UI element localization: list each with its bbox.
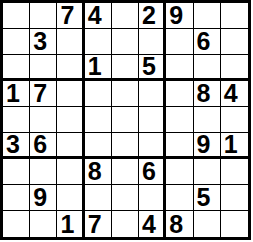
cell-r1c2[interactable] <box>30 3 57 29</box>
cell-r1c7[interactable]: 9 <box>166 3 193 29</box>
cell-r3c2[interactable] <box>30 55 57 81</box>
cell-r4c3[interactable] <box>57 81 84 107</box>
cell-r3c8[interactable] <box>194 55 221 81</box>
cell-r1c9[interactable] <box>221 3 248 29</box>
cell-r9c5[interactable] <box>112 211 139 237</box>
cell-r8c9[interactable] <box>221 185 248 211</box>
cell-r2c9[interactable] <box>221 29 248 55</box>
cell-r1c3[interactable]: 7 <box>57 3 84 29</box>
cell-r3c6[interactable]: 5 <box>139 55 166 81</box>
cell-r2c6[interactable] <box>139 29 166 55</box>
cell-r9c8[interactable] <box>194 211 221 237</box>
cell-r8c7[interactable] <box>166 185 193 211</box>
cell-r5c2[interactable] <box>30 107 57 133</box>
given-digit: 5 <box>142 55 156 79</box>
given-digit: 5 <box>197 185 211 210</box>
cell-r6c2[interactable]: 6 <box>30 133 57 159</box>
cell-r1c8[interactable] <box>194 3 221 29</box>
cell-r5c3[interactable] <box>57 107 84 133</box>
cell-r7c7[interactable] <box>166 159 193 185</box>
given-digit: 7 <box>60 3 74 28</box>
cell-r5c5[interactable] <box>112 107 139 133</box>
cell-r3c7[interactable] <box>166 55 193 81</box>
cell-r9c2[interactable] <box>30 211 57 237</box>
given-digit: 4 <box>224 81 238 106</box>
cell-r9c6[interactable]: 4 <box>139 211 166 237</box>
cell-r7c8[interactable] <box>194 159 221 185</box>
cell-r4c8[interactable]: 8 <box>194 81 221 107</box>
cell-r7c1[interactable] <box>3 159 30 185</box>
cell-r8c5[interactable] <box>112 185 139 211</box>
cell-r6c9[interactable]: 1 <box>221 133 248 159</box>
cell-r2c5[interactable] <box>112 29 139 55</box>
cell-r6c6[interactable] <box>139 133 166 159</box>
cell-r5c6[interactable] <box>139 107 166 133</box>
given-digit: 9 <box>33 185 47 210</box>
cell-r3c9[interactable] <box>221 55 248 81</box>
cell-r8c2[interactable]: 9 <box>30 185 57 211</box>
given-digit: 3 <box>33 29 47 54</box>
cell-r7c5[interactable] <box>112 159 139 185</box>
cell-r9c4[interactable]: 7 <box>85 211 112 237</box>
given-digit: 3 <box>6 133 20 157</box>
given-digit: 6 <box>197 29 211 54</box>
given-digit: 1 <box>224 133 238 157</box>
cell-r8c1[interactable] <box>3 185 30 211</box>
cell-r7c9[interactable] <box>221 159 248 185</box>
cell-r8c3[interactable] <box>57 185 84 211</box>
cell-r3c1[interactable] <box>3 55 30 81</box>
cell-r4c6[interactable] <box>139 81 166 107</box>
cell-r2c3[interactable] <box>57 29 84 55</box>
given-digit: 8 <box>169 212 183 237</box>
cell-r3c5[interactable] <box>112 55 139 81</box>
cell-r9c7[interactable]: 8 <box>166 211 193 237</box>
cell-r9c3[interactable]: 1 <box>57 211 84 237</box>
given-digit: 1 <box>6 81 20 106</box>
given-digit: 1 <box>88 55 102 79</box>
cell-r3c3[interactable] <box>57 55 84 81</box>
cell-r2c7[interactable] <box>166 29 193 55</box>
cell-r1c4[interactable]: 4 <box>85 3 112 29</box>
given-digit: 8 <box>197 81 211 106</box>
cell-r6c8[interactable]: 9 <box>194 133 221 159</box>
cell-r9c1[interactable] <box>3 211 30 237</box>
cell-r6c7[interactable] <box>166 133 193 159</box>
cell-r1c6[interactable]: 2 <box>139 3 166 29</box>
given-digit: 4 <box>88 3 102 28</box>
sudoku-board: 742936151784369186951748 <box>0 0 251 240</box>
given-digit: 1 <box>60 212 74 237</box>
cell-r5c8[interactable] <box>194 107 221 133</box>
given-digit: 6 <box>33 133 47 157</box>
cell-r4c7[interactable] <box>166 81 193 107</box>
cell-r5c9[interactable] <box>221 107 248 133</box>
cell-r5c1[interactable] <box>3 107 30 133</box>
cell-r2c4[interactable] <box>85 29 112 55</box>
given-digit: 6 <box>142 159 156 184</box>
cell-r6c5[interactable] <box>112 133 139 159</box>
cell-r4c9[interactable]: 4 <box>221 81 248 107</box>
given-digit: 7 <box>88 212 102 237</box>
cell-r8c6[interactable] <box>139 185 166 211</box>
cell-r5c7[interactable] <box>166 107 193 133</box>
cell-r2c2[interactable]: 3 <box>30 29 57 55</box>
cell-r1c5[interactable] <box>112 3 139 29</box>
cell-r5c4[interactable] <box>85 107 112 133</box>
cell-r4c2[interactable]: 7 <box>30 81 57 107</box>
given-digit: 9 <box>169 3 183 28</box>
cell-r7c4[interactable]: 8 <box>85 159 112 185</box>
cell-r7c3[interactable] <box>57 159 84 185</box>
cell-r2c8[interactable]: 6 <box>194 29 221 55</box>
given-digit: 2 <box>142 3 156 28</box>
cell-r6c1[interactable]: 3 <box>3 133 30 159</box>
cell-r4c5[interactable] <box>112 81 139 107</box>
cell-r6c4[interactable] <box>85 133 112 159</box>
cell-r2c1[interactable] <box>3 29 30 55</box>
cell-r8c4[interactable] <box>85 185 112 211</box>
cell-r3c4[interactable]: 1 <box>85 55 112 81</box>
cell-r6c3[interactable] <box>57 133 84 159</box>
given-digit: 9 <box>197 133 211 157</box>
cell-r1c1[interactable] <box>3 3 30 29</box>
given-digit: 8 <box>88 159 102 184</box>
given-digit: 4 <box>142 212 156 237</box>
cell-r4c1[interactable]: 1 <box>3 81 30 107</box>
cell-r4c4[interactable] <box>85 81 112 107</box>
cell-r8c8[interactable]: 5 <box>194 185 221 211</box>
given-digit: 7 <box>33 81 47 106</box>
cell-r7c6[interactable]: 6 <box>139 159 166 185</box>
cell-r7c2[interactable] <box>30 159 57 185</box>
cell-r9c9[interactable] <box>221 211 248 237</box>
